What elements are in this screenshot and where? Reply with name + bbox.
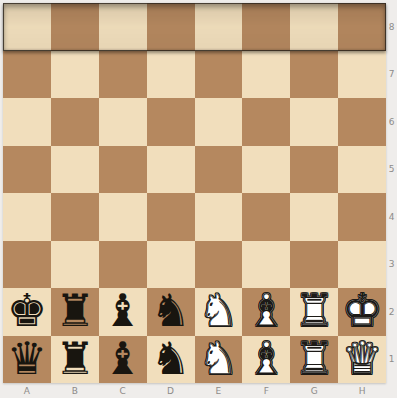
- rank-coordinates: 87654321: [386, 3, 397, 383]
- square-h6[interactable]: [338, 98, 386, 146]
- rank-label: 1: [386, 336, 397, 384]
- square-f2[interactable]: ♝♗: [242, 288, 290, 336]
- square-a6[interactable]: [3, 98, 51, 146]
- square-g1[interactable]: ♜♖: [290, 336, 338, 384]
- square-a5[interactable]: [3, 146, 51, 194]
- board-row-rank-6: [3, 98, 386, 146]
- square-d8[interactable]: [147, 3, 195, 51]
- square-a2[interactable]: ♚: [3, 288, 51, 336]
- square-e5[interactable]: [195, 146, 243, 194]
- rank-label: 3: [386, 241, 397, 289]
- black-rook-piece[interactable]: ♜: [51, 288, 99, 336]
- square-g3[interactable]: [290, 241, 338, 289]
- file-label: D: [147, 383, 195, 398]
- black-queen-piece[interactable]: ♛: [3, 336, 51, 384]
- chess-board: ♚♜♝♞♞♘♝♗♜♖♚♔♛♜♝♞♞♘♝♗♜♖♛♕: [3, 3, 386, 383]
- file-label: C: [99, 383, 147, 398]
- square-c7[interactable]: [99, 51, 147, 99]
- square-c8[interactable]: [99, 3, 147, 51]
- board-row-rank-8: [3, 3, 386, 51]
- square-e7[interactable]: [195, 51, 243, 99]
- white-rook-piece[interactable]: ♜♖: [290, 288, 338, 336]
- square-h4[interactable]: [338, 193, 386, 241]
- square-b2[interactable]: ♜: [51, 288, 99, 336]
- white-king-piece[interactable]: ♚♔: [338, 288, 386, 336]
- square-h5[interactable]: [338, 146, 386, 194]
- square-h7[interactable]: [338, 51, 386, 99]
- square-e4[interactable]: [195, 193, 243, 241]
- square-b4[interactable]: [51, 193, 99, 241]
- square-b1[interactable]: ♜: [51, 336, 99, 384]
- square-a4[interactable]: [3, 193, 51, 241]
- square-g5[interactable]: [290, 146, 338, 194]
- square-a1[interactable]: ♛: [3, 336, 51, 384]
- black-rook-piece[interactable]: ♜: [51, 336, 99, 384]
- square-c4[interactable]: [99, 193, 147, 241]
- white-knight-piece[interactable]: ♞♘: [195, 336, 243, 384]
- square-f4[interactable]: [242, 193, 290, 241]
- black-piece-glyph: ♞: [147, 288, 195, 336]
- board-row-rank-1: ♛♜♝♞♞♘♝♗♜♖♛♕: [3, 336, 386, 384]
- square-e2[interactable]: ♞♘: [195, 288, 243, 336]
- square-d7[interactable]: [147, 51, 195, 99]
- white-queen-piece[interactable]: ♛♕: [338, 336, 386, 384]
- square-b8[interactable]: [51, 3, 99, 51]
- black-piece-glyph: ♞: [147, 336, 195, 384]
- square-h8[interactable]: [338, 3, 386, 51]
- file-label: B: [51, 383, 99, 398]
- board-row-rank-3: [3, 241, 386, 289]
- square-f1[interactable]: ♝♗: [242, 336, 290, 384]
- white-piece-outline-glyph: ♘: [195, 288, 243, 336]
- square-g6[interactable]: [290, 98, 338, 146]
- file-label: A: [3, 383, 51, 398]
- square-a8[interactable]: [3, 3, 51, 51]
- square-c3[interactable]: [99, 241, 147, 289]
- square-c6[interactable]: [99, 98, 147, 146]
- white-rook-piece[interactable]: ♜♖: [290, 336, 338, 384]
- white-piece-outline-glyph: ♗: [242, 288, 290, 336]
- board-row-rank-7: [3, 51, 386, 99]
- square-h1[interactable]: ♛♕: [338, 336, 386, 384]
- file-coordinates: ABCDEFGH: [3, 383, 386, 398]
- square-h3[interactable]: [338, 241, 386, 289]
- black-piece-glyph: ♚: [3, 288, 51, 336]
- square-c1[interactable]: ♝: [99, 336, 147, 384]
- square-g4[interactable]: [290, 193, 338, 241]
- square-d5[interactable]: [147, 146, 195, 194]
- square-a7[interactable]: [3, 51, 51, 99]
- rank-label: 7: [386, 51, 397, 99]
- rank-label: 5: [386, 146, 397, 194]
- rank-label: 4: [386, 193, 397, 241]
- square-g8[interactable]: [290, 3, 338, 51]
- board-row-rank-2: ♚♜♝♞♞♘♝♗♜♖♚♔: [3, 288, 386, 336]
- black-knight-piece[interactable]: ♞: [147, 288, 195, 336]
- white-piece-outline-glyph: ♖: [290, 336, 338, 384]
- rank-label: 8: [386, 3, 397, 51]
- square-f3[interactable]: [242, 241, 290, 289]
- file-label: F: [242, 383, 290, 398]
- rank-label: 6: [386, 98, 397, 146]
- square-g2[interactable]: ♜♖: [290, 288, 338, 336]
- square-g7[interactable]: [290, 51, 338, 99]
- white-bishop-piece[interactable]: ♝♗: [242, 288, 290, 336]
- black-piece-glyph: ♝: [99, 288, 147, 336]
- square-d6[interactable]: [147, 98, 195, 146]
- square-f7[interactable]: [242, 51, 290, 99]
- square-c5[interactable]: [99, 146, 147, 194]
- file-label: E: [195, 383, 243, 398]
- square-d2[interactable]: ♞: [147, 288, 195, 336]
- board-row-rank-4: [3, 193, 386, 241]
- white-knight-piece[interactable]: ♞♘: [195, 288, 243, 336]
- file-label: H: [338, 383, 386, 398]
- white-piece-outline-glyph: ♘: [195, 336, 243, 384]
- black-piece-glyph: ♜: [51, 288, 99, 336]
- square-f6[interactable]: [242, 98, 290, 146]
- black-bishop-piece[interactable]: ♝: [99, 288, 147, 336]
- white-bishop-piece[interactable]: ♝♗: [242, 336, 290, 384]
- square-e1[interactable]: ♞♘: [195, 336, 243, 384]
- square-f5[interactable]: [242, 146, 290, 194]
- square-b5[interactable]: [51, 146, 99, 194]
- black-bishop-piece[interactable]: ♝: [99, 336, 147, 384]
- square-d3[interactable]: [147, 241, 195, 289]
- square-e6[interactable]: [195, 98, 243, 146]
- black-piece-glyph: ♝: [99, 336, 147, 384]
- square-e8[interactable]: [195, 3, 243, 51]
- rank-label: 2: [386, 288, 397, 336]
- square-f8[interactable]: [242, 3, 290, 51]
- square-b3[interactable]: [51, 241, 99, 289]
- square-a3[interactable]: [3, 241, 51, 289]
- square-e3[interactable]: [195, 241, 243, 289]
- square-d4[interactable]: [147, 193, 195, 241]
- black-knight-piece[interactable]: ♞: [147, 336, 195, 384]
- file-label: G: [290, 383, 338, 398]
- black-piece-glyph: ♜: [51, 336, 99, 384]
- chess-app: ♚♜♝♞♞♘♝♗♜♖♚♔♛♜♝♞♞♘♝♗♜♖♛♕ 87654321 ABCDEF…: [0, 0, 397, 398]
- square-d1[interactable]: ♞: [147, 336, 195, 384]
- board-row-rank-5: [3, 146, 386, 194]
- square-h2[interactable]: ♚♔: [338, 288, 386, 336]
- black-king-piece[interactable]: ♚: [3, 288, 51, 336]
- white-piece-outline-glyph: ♕: [338, 336, 386, 384]
- square-c2[interactable]: ♝: [99, 288, 147, 336]
- square-b6[interactable]: [51, 98, 99, 146]
- white-piece-outline-glyph: ♔: [338, 288, 386, 336]
- black-piece-glyph: ♛: [3, 336, 51, 384]
- white-piece-outline-glyph: ♖: [290, 288, 338, 336]
- square-b7[interactable]: [51, 51, 99, 99]
- white-piece-outline-glyph: ♗: [242, 336, 290, 384]
